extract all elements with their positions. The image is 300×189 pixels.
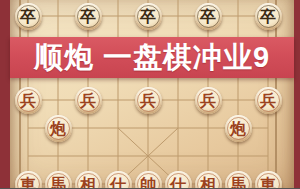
piece-character: 兵 bbox=[260, 93, 276, 109]
piece-red-soldier[interactable]: 兵 bbox=[75, 87, 102, 114]
pieces-layer: 卒卒卒卒卒兵兵兵兵兵炮炮車馬相仕帥仕相馬車 bbox=[13, 2, 283, 188]
banner-title: 顺炮 一盘棋冲业9 bbox=[34, 43, 270, 72]
piece-red-horse[interactable]: 馬 bbox=[225, 171, 252, 189]
piece-red-advisor[interactable]: 仕 bbox=[165, 171, 192, 189]
piece-character: 馬 bbox=[50, 177, 66, 189]
piece-character: 相 bbox=[200, 177, 216, 189]
piece-red-soldier[interactable]: 兵 bbox=[195, 87, 222, 114]
piece-red-chariot[interactable]: 車 bbox=[15, 171, 42, 189]
piece-red-soldier[interactable]: 兵 bbox=[255, 87, 282, 114]
piece-red-soldier[interactable]: 兵 bbox=[15, 87, 42, 114]
piece-red-advisor[interactable]: 仕 bbox=[105, 171, 132, 189]
piece-character: 卒 bbox=[80, 9, 96, 25]
piece-black-soldier[interactable]: 卒 bbox=[255, 3, 282, 30]
piece-character: 相 bbox=[80, 177, 96, 189]
piece-red-elephant[interactable]: 相 bbox=[195, 171, 222, 189]
game-screen: 卒卒卒卒卒兵兵兵兵兵炮炮車馬相仕帥仕相馬車 顺炮 一盘棋冲业9 bbox=[0, 0, 300, 188]
piece-red-horse[interactable]: 馬 bbox=[45, 171, 72, 189]
piece-character: 卒 bbox=[20, 9, 36, 25]
piece-black-soldier[interactable]: 卒 bbox=[75, 3, 102, 30]
piece-character: 兵 bbox=[140, 93, 156, 109]
piece-red-cannon[interactable]: 炮 bbox=[45, 115, 72, 142]
piece-black-soldier[interactable]: 卒 bbox=[135, 3, 162, 30]
piece-red-chariot[interactable]: 車 bbox=[255, 171, 282, 189]
piece-character: 仕 bbox=[110, 177, 126, 189]
piece-red-soldier[interactable]: 兵 bbox=[135, 87, 162, 114]
piece-character: 炮 bbox=[50, 121, 66, 137]
piece-character: 卒 bbox=[140, 9, 156, 25]
piece-red-elephant[interactable]: 相 bbox=[75, 171, 102, 189]
piece-character: 車 bbox=[260, 177, 276, 189]
piece-black-soldier[interactable]: 卒 bbox=[15, 3, 42, 30]
piece-character: 仕 bbox=[170, 177, 186, 189]
title-banner: 顺炮 一盘棋冲业9 bbox=[10, 37, 294, 78]
piece-character: 兵 bbox=[80, 93, 96, 109]
piece-character: 車 bbox=[20, 177, 36, 189]
piece-character: 卒 bbox=[260, 9, 276, 25]
piece-red-cannon[interactable]: 炮 bbox=[225, 115, 252, 142]
piece-character: 帥 bbox=[140, 177, 156, 189]
piece-character: 兵 bbox=[20, 93, 36, 109]
piece-red-general[interactable]: 帥 bbox=[135, 171, 162, 189]
piece-black-soldier[interactable]: 卒 bbox=[195, 3, 222, 30]
piece-character: 炮 bbox=[230, 121, 246, 137]
piece-character: 兵 bbox=[200, 93, 216, 109]
piece-character: 卒 bbox=[200, 9, 216, 25]
piece-character: 馬 bbox=[230, 177, 246, 189]
